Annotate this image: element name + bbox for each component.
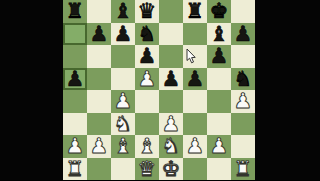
square-d1[interactable]: ♛ [135,158,159,181]
square-b8[interactable] [87,0,111,23]
square-e3[interactable]: ♟ [159,113,183,136]
square-h3[interactable] [231,113,255,136]
piece-white-pawn[interactable]: ♟ [186,135,205,157]
piece-black-knight[interactable]: ♞ [138,23,157,45]
square-d3[interactable] [135,113,159,136]
square-h2[interactable] [231,135,255,158]
piece-black-king[interactable]: ♚ [210,0,229,22]
square-h7[interactable]: ♟ [231,23,255,46]
square-h1[interactable]: ♜ [231,158,255,181]
square-f4[interactable] [183,90,207,113]
piece-white-pawn[interactable]: ♟ [210,135,229,157]
square-f1[interactable] [183,158,207,181]
square-f7[interactable] [183,23,207,46]
square-d7[interactable]: ♞ [135,23,159,46]
square-b4[interactable] [87,90,111,113]
piece-white-pawn[interactable]: ♟ [114,90,133,112]
square-f5[interactable]: ♟ [183,68,207,91]
square-f8[interactable]: ♜ [183,0,207,23]
square-d8[interactable]: ♛ [135,0,159,23]
square-a4[interactable] [63,90,87,113]
square-a3[interactable] [63,113,87,136]
square-a7[interactable] [63,23,87,46]
square-e6[interactable] [159,45,183,68]
square-b1[interactable] [87,158,111,181]
square-e2[interactable]: ♞ [159,135,183,158]
piece-black-pawn[interactable]: ♟ [66,68,85,90]
square-g1[interactable] [207,158,231,181]
chess-board: ♜♝♛♜♚♟♟♞♝♟♟♟♟♟♟♟♞♟♟♞♟♟♟♝♝♞♟♟♜♛♚♜ [63,0,255,180]
square-e8[interactable] [159,0,183,23]
square-d5[interactable]: ♟ [135,68,159,91]
square-a2[interactable]: ♟ [63,135,87,158]
piece-black-knight[interactable]: ♞ [234,68,253,90]
square-g2[interactable]: ♟ [207,135,231,158]
square-d6[interactable]: ♟ [135,45,159,68]
piece-black-pawn[interactable]: ♟ [90,23,109,45]
square-d2[interactable]: ♝ [135,135,159,158]
piece-white-pawn[interactable]: ♟ [66,135,85,157]
piece-black-pawn[interactable]: ♟ [210,45,229,67]
piece-white-bishop[interactable]: ♝ [138,135,157,157]
piece-white-pawn[interactable]: ♟ [162,113,181,135]
square-g5[interactable] [207,68,231,91]
square-g4[interactable] [207,90,231,113]
piece-black-pawn[interactable]: ♟ [114,23,133,45]
square-g3[interactable] [207,113,231,136]
piece-black-bishop[interactable]: ♝ [210,23,229,45]
square-a8[interactable]: ♜ [63,0,87,23]
square-h5[interactable]: ♞ [231,68,255,91]
square-e1[interactable]: ♚ [159,158,183,181]
square-c3[interactable]: ♞ [111,113,135,136]
square-g6[interactable]: ♟ [207,45,231,68]
piece-white-pawn[interactable]: ♟ [138,68,157,90]
piece-black-pawn[interactable]: ♟ [138,45,157,67]
square-g7[interactable]: ♝ [207,23,231,46]
square-b7[interactable]: ♟ [87,23,111,46]
square-c6[interactable] [111,45,135,68]
piece-black-pawn[interactable]: ♟ [234,23,253,45]
piece-white-knight[interactable]: ♞ [162,135,181,157]
square-b3[interactable] [87,113,111,136]
piece-white-pawn[interactable]: ♟ [90,135,109,157]
piece-white-king[interactable]: ♚ [162,158,181,180]
square-f2[interactable]: ♟ [183,135,207,158]
square-b2[interactable]: ♟ [87,135,111,158]
square-h8[interactable] [231,0,255,23]
square-c5[interactable] [111,68,135,91]
video-frame: ♜♝♛♜♚♟♟♞♝♟♟♟♟♟♟♟♞♟♟♞♟♟♟♝♝♞♟♟♜♛♚♜ [0,0,320,180]
piece-black-pawn[interactable]: ♟ [186,68,205,90]
piece-white-rook[interactable]: ♜ [66,158,85,180]
square-a1[interactable]: ♜ [63,158,87,181]
square-e7[interactable] [159,23,183,46]
piece-white-bishop[interactable]: ♝ [114,135,133,157]
square-c1[interactable] [111,158,135,181]
square-a6[interactable] [63,45,87,68]
square-d4[interactable] [135,90,159,113]
square-b6[interactable] [87,45,111,68]
square-g8[interactable]: ♚ [207,0,231,23]
square-e5[interactable]: ♟ [159,68,183,91]
square-b5[interactable] [87,68,111,91]
piece-white-pawn[interactable]: ♟ [234,90,253,112]
piece-black-bishop[interactable]: ♝ [114,0,133,22]
square-c2[interactable]: ♝ [111,135,135,158]
square-h4[interactable]: ♟ [231,90,255,113]
square-h6[interactable] [231,45,255,68]
piece-white-knight[interactable]: ♞ [114,113,133,135]
piece-black-rook[interactable]: ♜ [186,0,205,22]
piece-white-queen[interactable]: ♛ [138,158,157,180]
square-c4[interactable]: ♟ [111,90,135,113]
square-e4[interactable] [159,90,183,113]
piece-black-queen[interactable]: ♛ [138,0,157,22]
square-f3[interactable] [183,113,207,136]
piece-black-pawn[interactable]: ♟ [162,68,181,90]
square-f6[interactable] [183,45,207,68]
piece-white-rook[interactable]: ♜ [234,158,253,180]
piece-black-rook[interactable]: ♜ [66,0,85,22]
square-a5[interactable]: ♟ [63,68,87,91]
square-c8[interactable]: ♝ [111,0,135,23]
square-c7[interactable]: ♟ [111,23,135,46]
